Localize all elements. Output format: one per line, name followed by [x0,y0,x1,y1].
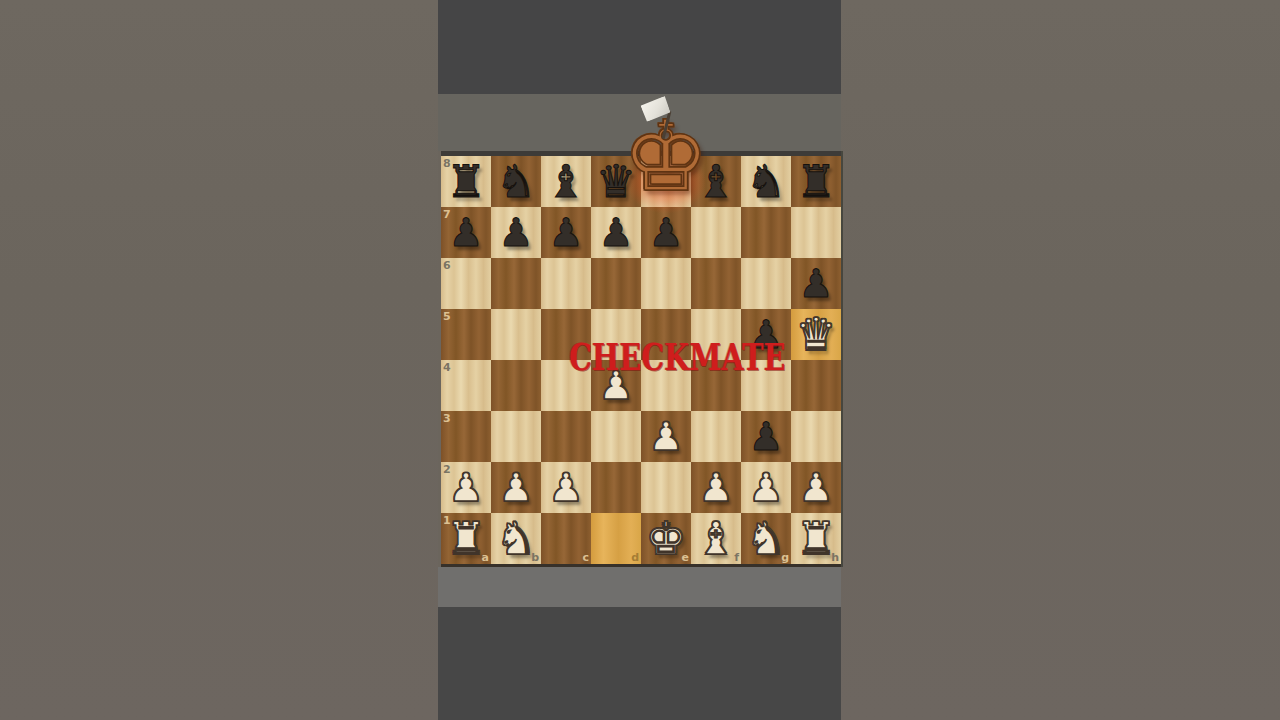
rank-label-5: 5 [443,310,451,323]
square-c3[interactable] [541,411,591,462]
checkmate-banner: CHECKMATE [569,337,717,378]
square-a7[interactable]: 7♟ [441,207,491,258]
square-a1[interactable]: 1a♜ [441,513,491,564]
rank-label-6: 6 [443,259,451,272]
square-d2[interactable] [591,462,641,513]
square-b8[interactable]: ♞ [491,156,541,207]
piece-black-pawn-d7: ♟ [591,207,641,258]
square-c8[interactable]: ♝ [541,156,591,207]
piece-black-knight-b8: ♞ [491,156,541,207]
piece-black-rook-a8: ♜ [441,156,491,207]
piece-black-pawn-b7: ♟ [491,207,541,258]
piece-white-pawn-f2: ♟ [691,462,741,513]
screenshot-root: 8♜♞♝♛♚♝♞♜7♟♟♟♟♟6♟5♟♛4♟3♟♟2♟♟♟♟♟♟1a♜b♞cde… [0,0,1280,720]
square-a5[interactable]: 5 [441,309,491,360]
piece-black-bishop-c8: ♝ [541,156,591,207]
square-h4[interactable] [791,360,841,411]
piece-black-rook-h8: ♜ [791,156,841,207]
square-d3[interactable] [591,411,641,462]
square-e2[interactable] [641,462,691,513]
piece-black-pawn-e7: ♟ [641,207,691,258]
piece-white-pawn-a2: ♟ [441,462,491,513]
square-h1[interactable]: h♜ [791,513,841,564]
video-player-surface[interactable]: 8♜♞♝♛♚♝♞♜7♟♟♟♟♟6♟5♟♛4♟3♟♟2♟♟♟♟♟♟1a♜b♞cde… [438,0,841,720]
piece-black-pawn-g3: ♟ [741,411,791,462]
square-h5[interactable]: ♛ [791,309,841,360]
square-b7[interactable]: ♟ [491,207,541,258]
piece-white-rook-h1: ♜ [791,513,841,564]
square-e8[interactable]: ♚ [641,156,691,207]
letterbox-top [438,0,841,94]
background-blur-right [841,0,1280,720]
square-a8[interactable]: 8♜ [441,156,491,207]
background-blur-left [0,0,438,720]
square-d7[interactable]: ♟ [591,207,641,258]
square-b3[interactable] [491,411,541,462]
piece-white-knight-g1: ♞ [741,513,791,564]
square-a2[interactable]: 2♟ [441,462,491,513]
piece-white-king-e1: ♚ [641,513,691,564]
square-g1[interactable]: g♞ [741,513,791,564]
file-label-c: c [582,551,589,564]
square-c6[interactable] [541,258,591,309]
piece-white-queen-h5: ♛ [791,309,841,360]
piece-black-knight-g8: ♞ [741,156,791,207]
square-h7[interactable] [791,207,841,258]
piece-black-pawn-a7: ♟ [441,207,491,258]
file-label-d: d [631,551,639,564]
square-d6[interactable] [591,258,641,309]
square-c1[interactable]: c [541,513,591,564]
square-b2[interactable]: ♟ [491,462,541,513]
square-b5[interactable] [491,309,541,360]
piece-black-pawn-c7: ♟ [541,207,591,258]
square-f6[interactable] [691,258,741,309]
piece-white-pawn-b2: ♟ [491,462,541,513]
square-e1[interactable]: e♚ [641,513,691,564]
piece-white-bishop-f1: ♝ [691,513,741,564]
piece-white-rook-a1: ♜ [441,513,491,564]
letterbox-bottom [438,607,841,720]
rank-label-3: 3 [443,412,451,425]
square-f2[interactable]: ♟ [691,462,741,513]
square-b4[interactable] [491,360,541,411]
square-g7[interactable] [741,207,791,258]
square-g2[interactable]: ♟ [741,462,791,513]
piece-white-knight-b1: ♞ [491,513,541,564]
square-h2[interactable]: ♟ [791,462,841,513]
square-f7[interactable] [691,207,741,258]
piece-white-pawn-g2: ♟ [741,462,791,513]
square-h8[interactable]: ♜ [791,156,841,207]
square-h6[interactable]: ♟ [791,258,841,309]
piece-white-pawn-h2: ♟ [791,462,841,513]
square-c2[interactable]: ♟ [541,462,591,513]
square-g6[interactable] [741,258,791,309]
square-g3[interactable]: ♟ [741,411,791,462]
square-e6[interactable] [641,258,691,309]
square-h3[interactable] [791,411,841,462]
square-a3[interactable]: 3 [441,411,491,462]
piece-white-pawn-e3: ♟ [641,411,691,462]
rank-label-4: 4 [443,361,451,374]
square-b1[interactable]: b♞ [491,513,541,564]
square-f1[interactable]: f♝ [691,513,741,564]
square-a6[interactable]: 6 [441,258,491,309]
video-margin-bottom [438,567,841,607]
square-d1[interactable]: d [591,513,641,564]
square-e7[interactable]: ♟ [641,207,691,258]
square-f3[interactable] [691,411,741,462]
square-c7[interactable]: ♟ [541,207,591,258]
piece-white-pawn-c2: ♟ [541,462,591,513]
square-g8[interactable]: ♞ [741,156,791,207]
square-e3[interactable]: ♟ [641,411,691,462]
square-a4[interactable]: 4 [441,360,491,411]
piece-black-pawn-h6: ♟ [791,258,841,309]
square-b6[interactable] [491,258,541,309]
